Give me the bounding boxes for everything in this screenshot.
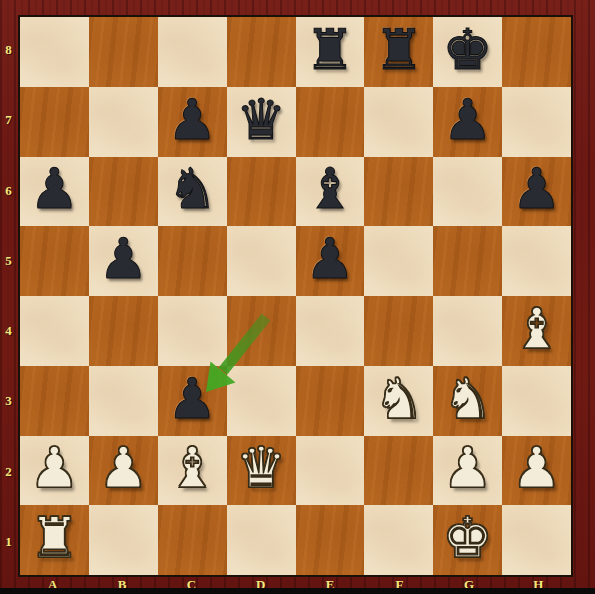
square-c5[interactable] [158,226,227,296]
square-f7[interactable] [364,87,433,157]
rank-label-4: 4 [0,323,17,339]
square-e5[interactable]: ♟ [296,226,365,296]
square-e1[interactable] [296,505,365,575]
rank-label-3: 3 [0,393,17,409]
square-b5[interactable]: ♟ [89,226,158,296]
piece-black-pawn-c3[interactable]: ♟ [167,371,217,427]
piece-white-pawn-g2[interactable]: ♟ [443,440,493,496]
piece-white-queen-d2[interactable]: ♛ [236,440,286,496]
piece-black-bishop-e6[interactable]: ♝ [305,161,355,217]
rank-label-8: 8 [0,42,17,58]
rank-label-6: 6 [0,183,17,199]
piece-white-pawn-h2[interactable]: ♟ [511,440,561,496]
square-h1[interactable] [502,505,571,575]
rank-label-5: 5 [0,253,17,269]
square-g8[interactable]: ♚ [433,17,502,87]
square-e6[interactable]: ♝ [296,157,365,227]
square-c2[interactable]: ♝ [158,436,227,506]
rank-label-7: 7 [0,112,17,128]
square-g5[interactable] [433,226,502,296]
piece-black-pawn-e5[interactable]: ♟ [305,231,355,287]
square-d7[interactable]: ♛ [227,87,296,157]
square-e3[interactable] [296,366,365,436]
square-b2[interactable]: ♟ [89,436,158,506]
piece-white-king-g1[interactable]: ♚ [443,510,493,566]
rank-label-1: 1 [0,534,17,550]
piece-black-king-g8[interactable]: ♚ [443,22,493,78]
square-f2[interactable] [364,436,433,506]
square-d1[interactable] [227,505,296,575]
square-f5[interactable] [364,226,433,296]
square-h6[interactable]: ♟ [502,157,571,227]
square-b3[interactable] [89,366,158,436]
square-a2[interactable]: ♟ [20,436,89,506]
square-e7[interactable] [296,87,365,157]
square-g6[interactable] [433,157,502,227]
square-e4[interactable] [296,296,365,366]
piece-black-knight-c6[interactable]: ♞ [167,161,217,217]
piece-white-bishop-h4[interactable]: ♝ [511,301,561,357]
piece-black-pawn-g7[interactable]: ♟ [443,92,493,148]
square-d5[interactable] [227,226,296,296]
square-d6[interactable] [227,157,296,227]
square-c6[interactable]: ♞ [158,157,227,227]
square-b6[interactable] [89,157,158,227]
square-g1[interactable]: ♚ [433,505,502,575]
square-f3[interactable]: ♞ [364,366,433,436]
square-a6[interactable]: ♟ [20,157,89,227]
square-e2[interactable] [296,436,365,506]
piece-black-rook-f8[interactable]: ♜ [374,22,424,78]
piece-black-pawn-a6[interactable]: ♟ [29,161,79,217]
square-g3[interactable]: ♞ [433,366,502,436]
square-c1[interactable] [158,505,227,575]
square-d2[interactable]: ♛ [227,436,296,506]
square-a1[interactable]: ♜ [20,505,89,575]
piece-white-knight-f3[interactable]: ♞ [374,371,424,427]
square-h4[interactable]: ♝ [502,296,571,366]
square-b7[interactable] [89,87,158,157]
square-b1[interactable] [89,505,158,575]
square-h7[interactable] [502,87,571,157]
square-h5[interactable] [502,226,571,296]
square-c8[interactable] [158,17,227,87]
chess-app-window: ♜♜♚♟♛♟♟♞♝♟♟♟♝♟♞♞♟♟♝♛♟♟♜♚ 87654321 ABCDEF… [0,0,595,594]
piece-black-pawn-h6[interactable]: ♟ [511,161,561,217]
piece-white-pawn-a2[interactable]: ♟ [29,440,79,496]
square-h3[interactable] [502,366,571,436]
piece-white-pawn-b2[interactable]: ♟ [98,440,148,496]
piece-black-pawn-b5[interactable]: ♟ [98,231,148,287]
square-e8[interactable]: ♜ [296,17,365,87]
piece-black-pawn-c7[interactable]: ♟ [167,92,217,148]
piece-white-bishop-c2[interactable]: ♝ [167,440,217,496]
square-h8[interactable] [502,17,571,87]
square-g7[interactable]: ♟ [433,87,502,157]
square-f1[interactable] [364,505,433,575]
square-f8[interactable]: ♜ [364,17,433,87]
square-d3[interactable] [227,366,296,436]
piece-white-rook-a1[interactable]: ♜ [29,510,79,566]
square-a7[interactable] [20,87,89,157]
square-c3[interactable]: ♟ [158,366,227,436]
square-a4[interactable] [20,296,89,366]
square-c7[interactable]: ♟ [158,87,227,157]
rank-label-2: 2 [0,464,17,480]
square-c4[interactable] [158,296,227,366]
square-f4[interactable] [364,296,433,366]
square-h2[interactable]: ♟ [502,436,571,506]
square-a8[interactable] [20,17,89,87]
square-b4[interactable] [89,296,158,366]
square-d8[interactable] [227,17,296,87]
square-f6[interactable] [364,157,433,227]
square-a5[interactable] [20,226,89,296]
square-b8[interactable] [89,17,158,87]
square-g2[interactable]: ♟ [433,436,502,506]
square-g4[interactable] [433,296,502,366]
window-bottom-edge [0,588,595,594]
square-a3[interactable] [20,366,89,436]
piece-black-queen-d7[interactable]: ♛ [236,92,286,148]
chess-board: ♜♜♚♟♛♟♟♞♝♟♟♟♝♟♞♞♟♟♝♛♟♟♜♚ [18,15,573,577]
piece-black-rook-e8[interactable]: ♜ [305,22,355,78]
piece-white-knight-g3[interactable]: ♞ [443,371,493,427]
square-d4[interactable] [227,296,296,366]
